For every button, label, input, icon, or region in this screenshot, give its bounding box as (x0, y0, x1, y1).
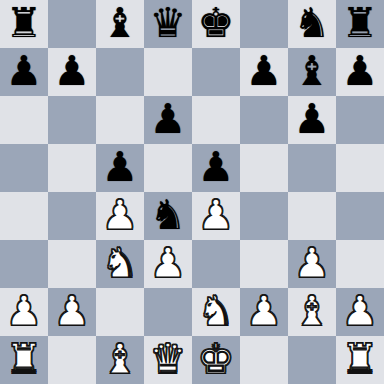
square-b7[interactable]: ♟ (48, 48, 96, 96)
square-e6[interactable] (192, 96, 240, 144)
square-b4[interactable] (48, 192, 96, 240)
black-bishop: ♝ (294, 47, 331, 95)
square-b6[interactable] (48, 96, 96, 144)
square-e4[interactable]: ♟ (192, 192, 240, 240)
square-d5[interactable] (144, 144, 192, 192)
square-f6[interactable] (240, 96, 288, 144)
square-d7[interactable] (144, 48, 192, 96)
black-knight: ♞ (294, 0, 331, 47)
square-h6[interactable] (336, 96, 384, 144)
white-pawn: ♟ (198, 191, 235, 239)
square-g7[interactable]: ♝ (288, 48, 336, 96)
black-rook: ♜ (342, 0, 379, 47)
square-a7[interactable]: ♟ (0, 48, 48, 96)
square-b2[interactable]: ♟ (48, 288, 96, 336)
white-bishop: ♝ (102, 335, 139, 383)
black-pawn: ♟ (198, 143, 235, 191)
square-d1[interactable]: ♛ (144, 336, 192, 384)
square-g6[interactable]: ♟ (288, 96, 336, 144)
black-pawn: ♟ (6, 47, 43, 95)
square-f2[interactable]: ♟ (240, 288, 288, 336)
chess-board: ♜♝♛♚♞♜♟♟♟♝♟♟♟♟♟♟♞♟♞♟♟♟♟♞♟♝♟♜♝♛♚♜ (0, 0, 384, 384)
white-pawn: ♟ (294, 239, 331, 287)
square-f3[interactable] (240, 240, 288, 288)
black-knight: ♞ (150, 191, 187, 239)
black-rook: ♜ (6, 0, 43, 47)
square-c7[interactable] (96, 48, 144, 96)
black-pawn: ♟ (246, 47, 283, 95)
square-h4[interactable] (336, 192, 384, 240)
square-h7[interactable]: ♟ (336, 48, 384, 96)
square-e7[interactable] (192, 48, 240, 96)
square-c1[interactable]: ♝ (96, 336, 144, 384)
square-e1[interactable]: ♚ (192, 336, 240, 384)
white-rook: ♜ (6, 335, 43, 383)
square-e8[interactable]: ♚ (192, 0, 240, 48)
square-c8[interactable]: ♝ (96, 0, 144, 48)
square-f8[interactable] (240, 0, 288, 48)
square-g8[interactable]: ♞ (288, 0, 336, 48)
square-b5[interactable] (48, 144, 96, 192)
square-d2[interactable] (144, 288, 192, 336)
white-queen: ♛ (150, 335, 187, 383)
square-f1[interactable] (240, 336, 288, 384)
square-b1[interactable] (48, 336, 96, 384)
square-g5[interactable] (288, 144, 336, 192)
black-pawn: ♟ (102, 143, 139, 191)
black-pawn: ♟ (294, 95, 331, 143)
black-queen: ♛ (150, 0, 187, 47)
square-f5[interactable] (240, 144, 288, 192)
square-g3[interactable]: ♟ (288, 240, 336, 288)
white-king: ♚ (198, 335, 235, 383)
white-pawn: ♟ (246, 287, 283, 335)
square-b3[interactable] (48, 240, 96, 288)
white-pawn: ♟ (6, 287, 43, 335)
white-knight: ♞ (102, 239, 139, 287)
square-c3[interactable]: ♞ (96, 240, 144, 288)
square-d3[interactable]: ♟ (144, 240, 192, 288)
square-h5[interactable] (336, 144, 384, 192)
square-d6[interactable]: ♟ (144, 96, 192, 144)
square-c2[interactable] (96, 288, 144, 336)
white-pawn: ♟ (102, 191, 139, 239)
square-c5[interactable]: ♟ (96, 144, 144, 192)
square-c4[interactable]: ♟ (96, 192, 144, 240)
square-a1[interactable]: ♜ (0, 336, 48, 384)
square-c6[interactable] (96, 96, 144, 144)
white-rook: ♜ (342, 335, 379, 383)
square-a6[interactable] (0, 96, 48, 144)
square-g1[interactable] (288, 336, 336, 384)
square-b8[interactable] (48, 0, 96, 48)
square-g2[interactable]: ♝ (288, 288, 336, 336)
black-pawn: ♟ (54, 47, 91, 95)
square-e3[interactable] (192, 240, 240, 288)
square-f7[interactable]: ♟ (240, 48, 288, 96)
black-bishop: ♝ (102, 0, 139, 47)
white-bishop: ♝ (294, 287, 331, 335)
white-pawn: ♟ (54, 287, 91, 335)
square-h1[interactable]: ♜ (336, 336, 384, 384)
white-pawn: ♟ (342, 287, 379, 335)
square-f4[interactable] (240, 192, 288, 240)
square-h2[interactable]: ♟ (336, 288, 384, 336)
square-a8[interactable]: ♜ (0, 0, 48, 48)
square-d8[interactable]: ♛ (144, 0, 192, 48)
square-a4[interactable] (0, 192, 48, 240)
white-pawn: ♟ (150, 239, 187, 287)
square-e2[interactable]: ♞ (192, 288, 240, 336)
black-king: ♚ (198, 0, 235, 47)
square-g4[interactable] (288, 192, 336, 240)
square-e5[interactable]: ♟ (192, 144, 240, 192)
square-h8[interactable]: ♜ (336, 0, 384, 48)
square-h3[interactable] (336, 240, 384, 288)
square-d4[interactable]: ♞ (144, 192, 192, 240)
black-pawn: ♟ (150, 95, 187, 143)
square-a2[interactable]: ♟ (0, 288, 48, 336)
square-a3[interactable] (0, 240, 48, 288)
white-knight: ♞ (198, 287, 235, 335)
black-pawn: ♟ (342, 47, 379, 95)
square-a5[interactable] (0, 144, 48, 192)
